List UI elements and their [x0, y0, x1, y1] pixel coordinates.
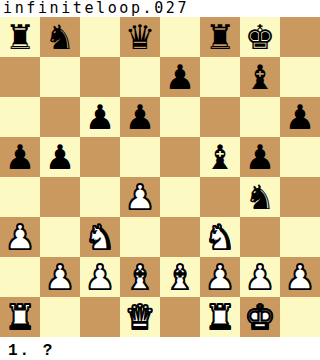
- square-f3: ♞: [200, 217, 240, 257]
- square-g4: ♞: [240, 177, 280, 217]
- white-pawn: ♟: [205, 257, 235, 297]
- square-g7: ♝: [240, 57, 280, 97]
- square-e1: [160, 297, 200, 337]
- black-pawn: ♟: [85, 97, 115, 137]
- move-prompt: 1. ?: [0, 337, 320, 360]
- white-bishop: ♝: [165, 257, 195, 297]
- square-h6: ♟: [280, 97, 320, 137]
- square-g5: ♟: [240, 137, 280, 177]
- black-knight: ♞: [45, 17, 75, 57]
- square-c3: ♞: [80, 217, 120, 257]
- square-d6: ♟: [120, 97, 160, 137]
- square-b5: ♟: [40, 137, 80, 177]
- square-e3: [160, 217, 200, 257]
- black-bishop: ♝: [205, 137, 235, 177]
- square-f2: ♟: [200, 257, 240, 297]
- white-king: ♚: [245, 297, 275, 337]
- square-c6: ♟: [80, 97, 120, 137]
- white-bishop: ♝: [125, 257, 155, 297]
- square-h3: [280, 217, 320, 257]
- square-d7: [120, 57, 160, 97]
- square-c1: [80, 297, 120, 337]
- square-g6: [240, 97, 280, 137]
- black-pawn: ♟: [245, 137, 275, 177]
- square-h1: [280, 297, 320, 337]
- square-e2: ♝: [160, 257, 200, 297]
- square-e4: [160, 177, 200, 217]
- square-f5: ♝: [200, 137, 240, 177]
- square-d1: ♛: [120, 297, 160, 337]
- black-pawn: ♟: [5, 137, 35, 177]
- square-b7: [40, 57, 80, 97]
- square-a2: [0, 257, 40, 297]
- square-h4: [280, 177, 320, 217]
- square-b1: [40, 297, 80, 337]
- white-rook: ♜: [5, 297, 35, 337]
- puzzle-title: infiniteloop.027: [0, 0, 320, 17]
- square-c7: [80, 57, 120, 97]
- square-d2: ♝: [120, 257, 160, 297]
- square-d4: ♟: [120, 177, 160, 217]
- square-f4: [200, 177, 240, 217]
- square-g2: ♟: [240, 257, 280, 297]
- square-e6: [160, 97, 200, 137]
- square-c5: [80, 137, 120, 177]
- square-b6: [40, 97, 80, 137]
- square-h5: [280, 137, 320, 177]
- white-pawn: ♟: [285, 257, 315, 297]
- black-pawn: ♟: [165, 57, 195, 97]
- square-h8: [280, 17, 320, 57]
- square-g8: ♚: [240, 17, 280, 57]
- chess-diagram-page: infiniteloop.027 ♜♞♛♜♚♟♝♟♟♟♟♟♝♟♟♞♟♞♞♟♟♝♝…: [0, 0, 320, 360]
- white-rook: ♜: [205, 297, 235, 337]
- square-a3: ♟: [0, 217, 40, 257]
- black-king: ♚: [245, 17, 275, 57]
- white-pawn: ♟: [45, 257, 75, 297]
- square-a7: [0, 57, 40, 97]
- square-h2: ♟: [280, 257, 320, 297]
- square-a6: [0, 97, 40, 137]
- square-g3: [240, 217, 280, 257]
- square-a4: [0, 177, 40, 217]
- white-pawn: ♟: [85, 257, 115, 297]
- black-pawn: ♟: [125, 97, 155, 137]
- white-knight: ♞: [85, 217, 115, 257]
- square-e8: [160, 17, 200, 57]
- square-e7: ♟: [160, 57, 200, 97]
- square-b3: [40, 217, 80, 257]
- white-pawn: ♟: [5, 217, 35, 257]
- black-rook: ♜: [5, 17, 35, 57]
- white-queen: ♛: [125, 297, 155, 337]
- square-h7: [280, 57, 320, 97]
- square-a1: ♜: [0, 297, 40, 337]
- square-e5: [160, 137, 200, 177]
- square-a8: ♜: [0, 17, 40, 57]
- square-c2: ♟: [80, 257, 120, 297]
- black-pawn: ♟: [285, 97, 315, 137]
- square-g1: ♚: [240, 297, 280, 337]
- white-pawn: ♟: [245, 257, 275, 297]
- square-c8: [80, 17, 120, 57]
- black-bishop: ♝: [245, 57, 275, 97]
- square-f6: [200, 97, 240, 137]
- square-c4: [80, 177, 120, 217]
- black-queen: ♛: [125, 17, 155, 57]
- black-pawn: ♟: [45, 137, 75, 177]
- white-pawn: ♟: [125, 177, 155, 217]
- white-knight: ♞: [205, 217, 235, 257]
- chess-board: ♜♞♛♜♚♟♝♟♟♟♟♟♝♟♟♞♟♞♞♟♟♝♝♟♟♟♜♛♜♚: [0, 17, 320, 337]
- square-b8: ♞: [40, 17, 80, 57]
- black-rook: ♜: [205, 17, 235, 57]
- square-f8: ♜: [200, 17, 240, 57]
- square-f7: [200, 57, 240, 97]
- square-d8: ♛: [120, 17, 160, 57]
- square-b2: ♟: [40, 257, 80, 297]
- square-a5: ♟: [0, 137, 40, 177]
- square-d3: [120, 217, 160, 257]
- square-d5: [120, 137, 160, 177]
- square-b4: [40, 177, 80, 217]
- black-knight: ♞: [245, 177, 275, 217]
- square-f1: ♜: [200, 297, 240, 337]
